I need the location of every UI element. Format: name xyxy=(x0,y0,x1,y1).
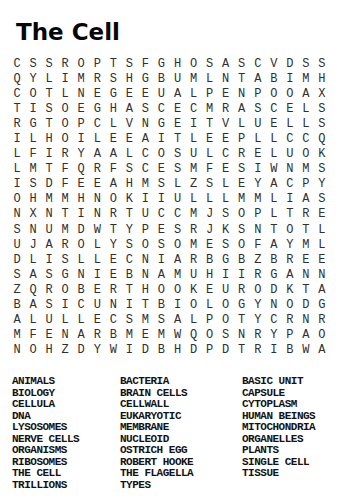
grid-cell: I xyxy=(73,131,89,146)
grid-cell: T xyxy=(202,116,218,131)
grid-cell: O xyxy=(153,147,169,162)
grid-cell: N xyxy=(137,116,153,131)
grid-cell: Q xyxy=(73,162,89,177)
grid-cell: L xyxy=(186,192,202,207)
grid-cell: N xyxy=(250,222,266,237)
grid-cell: A xyxy=(298,192,314,207)
grid-cell: R xyxy=(314,313,330,328)
grid-cell: O xyxy=(105,192,121,207)
grid-cell: W xyxy=(266,162,282,177)
grid-cell: S xyxy=(202,56,218,71)
grid-cell: D xyxy=(9,252,25,267)
grid-cell: A xyxy=(105,147,121,162)
word-list-item: MEMBRANE xyxy=(120,422,242,434)
grid-cell: S xyxy=(234,162,250,177)
grid-cell: H xyxy=(41,131,57,146)
grid-cell: O xyxy=(298,147,314,162)
grid-cell: M xyxy=(121,328,137,343)
grid-cell: E xyxy=(41,328,57,343)
grid-cell: I xyxy=(153,131,169,146)
grid-cell: M xyxy=(234,192,250,207)
grid-cell: R xyxy=(250,267,266,282)
grid-cell: O xyxy=(9,192,25,207)
word-list-item: BACTERIA xyxy=(120,376,242,388)
grid-cell: A xyxy=(25,267,41,282)
grid-cell: T xyxy=(234,313,250,328)
grid-cell: E xyxy=(266,116,282,131)
grid-cell: C xyxy=(121,252,137,267)
grid-cell: I xyxy=(121,343,137,358)
grid-cell: R xyxy=(89,162,105,177)
grid-cell: A xyxy=(266,237,282,252)
grid-cell: H xyxy=(73,192,89,207)
grid-cell: I xyxy=(234,267,250,282)
grid-cell: N xyxy=(266,298,282,313)
grid-cell: K xyxy=(186,282,202,297)
grid-cell: N xyxy=(282,162,298,177)
word-list-item: BASIC UNIT xyxy=(242,376,315,388)
grid-cell: S xyxy=(57,252,73,267)
grid-cell: C xyxy=(169,207,185,222)
grid-cell: S xyxy=(105,71,121,86)
grid-cell: O xyxy=(186,298,202,313)
grid-cell: D xyxy=(266,282,282,297)
grid-cell: O xyxy=(25,343,41,358)
grid-cell: I xyxy=(41,252,57,267)
word-list-item: TISSUE xyxy=(242,468,315,480)
grid-cell: K xyxy=(218,222,234,237)
grid-cell: S xyxy=(121,237,137,252)
grid-cell: L xyxy=(25,131,41,146)
word-list-column-2: BACTERIABRAIN CELLSCELLWALLEUKARYOTICMEM… xyxy=(120,376,242,491)
grid-cell: U xyxy=(9,237,25,252)
grid-cell: D xyxy=(137,343,153,358)
grid-cell: C xyxy=(282,131,298,146)
grid-cell: S xyxy=(314,192,330,207)
grid-cell: A xyxy=(234,101,250,116)
grid-cell: Z xyxy=(57,343,73,358)
grid-cell: E xyxy=(89,177,105,192)
grid-cell: L xyxy=(89,252,105,267)
grid-cell: G xyxy=(89,101,105,116)
grid-cell: Q xyxy=(314,131,330,146)
grid-cell: C xyxy=(298,131,314,146)
grid-cell: A xyxy=(25,298,41,313)
grid-cell: L xyxy=(314,237,330,252)
word-list-item: THE FLAGELLA xyxy=(120,468,242,480)
grid-cell: G xyxy=(153,56,169,71)
grid-cell: E xyxy=(314,252,330,267)
grid-cell: X xyxy=(25,207,41,222)
grid-cell: W xyxy=(298,343,314,358)
grid-cell: D xyxy=(282,56,298,71)
grid-cell: L xyxy=(202,298,218,313)
grid-cell: I xyxy=(282,71,298,86)
grid-cell: I xyxy=(73,207,89,222)
grid-cell: R xyxy=(250,328,266,343)
grid-cell: S xyxy=(41,101,57,116)
grid-cell: P xyxy=(202,343,218,358)
grid-cell: Y xyxy=(121,222,137,237)
grid-cell: P xyxy=(89,56,105,71)
grid-cell: N xyxy=(73,86,89,101)
grid-cell: S xyxy=(9,267,25,282)
grid-cell: M xyxy=(186,207,202,222)
grid-cell: A xyxy=(266,177,282,192)
grid-cell: N xyxy=(57,328,73,343)
grid-cell: L xyxy=(186,86,202,101)
grid-cell: P xyxy=(137,222,153,237)
grid-cell: E xyxy=(169,116,185,131)
grid-cell: E xyxy=(169,101,185,116)
grid-cell: A xyxy=(169,252,185,267)
grid-cell: Z xyxy=(250,252,266,267)
grid-cell: O xyxy=(169,237,185,252)
grid-cell: L xyxy=(202,192,218,207)
grid-cell: G xyxy=(105,86,121,101)
grid-cell: D xyxy=(298,298,314,313)
grid-cell: N xyxy=(105,298,121,313)
grid-cell: L xyxy=(89,237,105,252)
grid-cell: S xyxy=(314,56,330,71)
grid-cell: E xyxy=(121,131,137,146)
grid-cell: N xyxy=(137,267,153,282)
grid-cell: A xyxy=(153,267,169,282)
grid-cell: O xyxy=(234,237,250,252)
grid-cell: C xyxy=(9,86,25,101)
grid-cell: H xyxy=(169,343,185,358)
grid-cell: L xyxy=(73,313,89,328)
grid-cell: P xyxy=(234,131,250,146)
grid-cell: L xyxy=(73,252,89,267)
grid-cell: B xyxy=(234,252,250,267)
grid-cell: R xyxy=(105,207,121,222)
grid-cell: N xyxy=(137,252,153,267)
grid-cell: O xyxy=(73,237,89,252)
grid-cell: Y xyxy=(250,177,266,192)
grid-cell: W xyxy=(169,328,185,343)
grid-cell: V xyxy=(266,56,282,71)
word-list-item: PLANTS xyxy=(242,445,315,457)
grid-cell: E xyxy=(234,177,250,192)
grid-cell: L xyxy=(57,313,73,328)
grid-cell: A xyxy=(250,71,266,86)
grid-cell: L xyxy=(298,101,314,116)
grid-cell: Q xyxy=(25,282,41,297)
grid-cell: L xyxy=(105,116,121,131)
grid-cell: S xyxy=(218,207,234,222)
grid-cell: L xyxy=(266,207,282,222)
grid-cell: F xyxy=(137,56,153,71)
grid-cell: P xyxy=(250,207,266,222)
grid-cell: C xyxy=(250,56,266,71)
grid-cell: G xyxy=(234,298,250,313)
word-list-item: MITOCHONDRIA xyxy=(242,422,315,434)
grid-cell: F xyxy=(57,177,73,192)
grid-cell: E xyxy=(218,86,234,101)
grid-cell: L xyxy=(266,131,282,146)
grid-cell: C xyxy=(186,101,202,116)
grid-cell: S xyxy=(121,313,137,328)
grid-cell: O xyxy=(57,116,73,131)
grid-cell: J xyxy=(25,237,41,252)
grid-cell: P xyxy=(250,86,266,101)
grid-cell: I xyxy=(137,192,153,207)
grid-cell: U xyxy=(41,222,57,237)
grid-cell: O xyxy=(218,313,234,328)
grid-cell: M xyxy=(57,192,73,207)
grid-cell: P xyxy=(282,328,298,343)
grid-cell: U xyxy=(282,147,298,162)
puzzle-title: The Cell xyxy=(16,21,120,44)
grid-cell: I xyxy=(9,177,25,192)
word-list-item: TRILLIONS xyxy=(12,480,120,492)
grid-cell: N xyxy=(218,71,234,86)
grid-cell: B xyxy=(266,252,282,267)
grid-cell: S xyxy=(41,267,57,282)
grid-cell: N xyxy=(234,328,250,343)
grid-cell: C xyxy=(282,177,298,192)
grid-cell: F xyxy=(202,162,218,177)
grid-cell: W xyxy=(105,343,121,358)
grid-cell: J xyxy=(202,207,218,222)
grid-cell: S xyxy=(314,162,330,177)
grid-cell: Z xyxy=(9,282,25,297)
grid-cell: V xyxy=(218,116,234,131)
grid-cell: U xyxy=(186,267,202,282)
word-list-item: LYSOSOMES xyxy=(12,422,120,434)
grid-cell: H xyxy=(169,56,185,71)
word-list-item: CELLULA xyxy=(12,399,120,411)
grid-cell: S xyxy=(250,101,266,116)
grid-cell: R xyxy=(57,237,73,252)
grid-cell: E xyxy=(73,101,89,116)
grid-cell: E xyxy=(105,131,121,146)
grid-cell: M xyxy=(298,237,314,252)
grid-cell: O xyxy=(153,282,169,297)
word-list: ANIMALSBIOLOGYCELLULADNALYSOSOMESNERVE C… xyxy=(12,376,315,491)
grid-cell: T xyxy=(266,222,282,237)
grid-cell: N xyxy=(89,207,105,222)
grid-cell: L xyxy=(250,131,266,146)
grid-cell: X xyxy=(314,86,330,101)
grid-cell: N xyxy=(9,207,25,222)
grid-cell: T xyxy=(234,71,250,86)
grid-cell: H xyxy=(202,267,218,282)
grid-cell: S xyxy=(121,56,137,71)
grid-cell: S xyxy=(41,56,57,71)
grid-cell: I xyxy=(57,298,73,313)
grid-cell: C xyxy=(266,101,282,116)
grid-cell: S xyxy=(9,222,25,237)
grid-cell: L xyxy=(9,162,25,177)
grid-cell: B xyxy=(153,71,169,86)
grid-cell: M xyxy=(41,192,57,207)
grid-cell: S xyxy=(218,237,234,252)
grid-cell: N xyxy=(41,207,57,222)
word-list-item: ANIMALS xyxy=(12,376,120,388)
grid-cell: S xyxy=(234,56,250,71)
word-list-item: OSTRICH EGG xyxy=(120,445,242,457)
grid-cell: E xyxy=(153,162,169,177)
grid-cell: G xyxy=(153,116,169,131)
grid-cell: F xyxy=(105,162,121,177)
grid-cell: I xyxy=(186,116,202,131)
grid-cell: S xyxy=(25,56,41,71)
grid-cell: R xyxy=(186,222,202,237)
grid-cell: A xyxy=(314,282,330,297)
grid-cell: E xyxy=(105,252,121,267)
grid-cell: O xyxy=(202,328,218,343)
grid-cell: A xyxy=(298,328,314,343)
grid-cell: C xyxy=(9,56,25,71)
grid-cell: M xyxy=(186,71,202,86)
grid-cell: L xyxy=(41,71,57,86)
grid-cell: L xyxy=(266,192,282,207)
grid-cell: J xyxy=(202,222,218,237)
grid-cell: L xyxy=(234,116,250,131)
grid-cell: B xyxy=(266,71,282,86)
grid-cell: S xyxy=(314,101,330,116)
grid-cell: D xyxy=(73,343,89,358)
grid-cell: I xyxy=(153,252,169,267)
word-list-item: CELLWALL xyxy=(120,399,242,411)
grid-cell: Y xyxy=(282,237,298,252)
grid-cell: C xyxy=(137,147,153,162)
worksheet-page: The Cell CSSROPTSFGHOSASCVDSSQYLIMRSHGBU… xyxy=(0,0,354,500)
grid-cell: L xyxy=(169,177,185,192)
grid-cell: I xyxy=(250,162,266,177)
grid-cell: I xyxy=(89,267,105,282)
grid-cell: H xyxy=(105,101,121,116)
grid-cell: B xyxy=(202,252,218,267)
grid-cell: M xyxy=(298,162,314,177)
grid-cell: S xyxy=(137,101,153,116)
grid-cell: T xyxy=(105,56,121,71)
grid-cell: A xyxy=(73,328,89,343)
grid-cell: G xyxy=(137,71,153,86)
grid-cell: O xyxy=(57,101,73,116)
grid-cell: S xyxy=(169,147,185,162)
grid-cell: C xyxy=(105,313,121,328)
grid-cell: U xyxy=(153,86,169,101)
grid-cell: O xyxy=(186,56,202,71)
grid-cell: A xyxy=(298,86,314,101)
grid-cell: A xyxy=(89,147,105,162)
grid-cell: E xyxy=(137,86,153,101)
grid-cell: G xyxy=(218,252,234,267)
grid-cell: A xyxy=(169,86,185,101)
grid-cell: Q xyxy=(186,328,202,343)
grid-cell: R xyxy=(57,147,73,162)
grid-cell: T xyxy=(41,86,57,101)
grid-cell: A xyxy=(169,313,185,328)
grid-cell: Y xyxy=(250,298,266,313)
grid-cell: E xyxy=(153,222,169,237)
grid-cell: D xyxy=(218,343,234,358)
grid-cell: I xyxy=(57,71,73,86)
grid-cell: R xyxy=(282,313,298,328)
grid-cell: S xyxy=(298,56,314,71)
grid-cell: R xyxy=(89,328,105,343)
grid-cell: E xyxy=(202,237,218,252)
grid-cell: E xyxy=(73,177,89,192)
grid-cell: S xyxy=(314,116,330,131)
grid-cell: P xyxy=(298,177,314,192)
grid-cell: S xyxy=(153,237,169,252)
grid-cell: M xyxy=(9,328,25,343)
grid-cell: G xyxy=(25,116,41,131)
grid-cell: O xyxy=(73,56,89,71)
grid-cell: Y xyxy=(266,328,282,343)
grid-cell: H xyxy=(41,343,57,358)
grid-cell: O xyxy=(218,298,234,313)
grid-cell: Y xyxy=(25,71,41,86)
grid-cell: E xyxy=(282,101,298,116)
grid-cell: L xyxy=(282,116,298,131)
grid-cell: K xyxy=(314,147,330,162)
grid-cell: P xyxy=(202,86,218,101)
grid-cell: I xyxy=(153,192,169,207)
grid-cell: W xyxy=(89,222,105,237)
grid-cell: T xyxy=(41,116,57,131)
grid-cell: U xyxy=(218,282,234,297)
grid-cell: M xyxy=(153,328,169,343)
grid-cell: M xyxy=(169,267,185,282)
grid-cell: O xyxy=(25,86,41,101)
grid-cell: C xyxy=(89,116,105,131)
grid-cell: R xyxy=(89,71,105,86)
grid-cell: B xyxy=(121,267,137,282)
grid-cell: B xyxy=(153,298,169,313)
grid-cell: S xyxy=(121,162,137,177)
grid-cell: S xyxy=(153,313,169,328)
grid-cell: A xyxy=(218,56,234,71)
grid-cell: A xyxy=(41,237,57,252)
grid-cell: R xyxy=(282,252,298,267)
grid-cell: B xyxy=(9,298,25,313)
grid-cell: I xyxy=(266,343,282,358)
grid-cell: N xyxy=(314,267,330,282)
grid-cell: A xyxy=(282,267,298,282)
grid-cell: L xyxy=(218,177,234,192)
grid-cell: O xyxy=(169,282,185,297)
grid-cell: F xyxy=(25,328,41,343)
grid-cell: T xyxy=(41,162,57,177)
grid-cell: P xyxy=(73,116,89,131)
grid-cell: R xyxy=(186,252,202,267)
grid-cell: D xyxy=(73,222,89,237)
grid-cell: E xyxy=(89,282,105,297)
grid-cell: O xyxy=(314,328,330,343)
grid-cell: R xyxy=(298,207,314,222)
grid-cell: E xyxy=(314,207,330,222)
grid-cell: R xyxy=(234,282,250,297)
grid-cell: M xyxy=(25,162,41,177)
grid-cell: B xyxy=(282,343,298,358)
grid-cell: O xyxy=(250,282,266,297)
grid-cell: E xyxy=(105,267,121,282)
grid-cell: Q xyxy=(9,71,25,86)
grid-cell: U xyxy=(137,207,153,222)
grid-cell: M xyxy=(137,177,153,192)
grid-cell: K xyxy=(121,192,137,207)
grid-cell: P xyxy=(202,313,218,328)
grid-cell: E xyxy=(202,131,218,146)
grid-cell: M xyxy=(186,162,202,177)
grid-cell: L xyxy=(202,147,218,162)
grid-cell: O xyxy=(57,131,73,146)
